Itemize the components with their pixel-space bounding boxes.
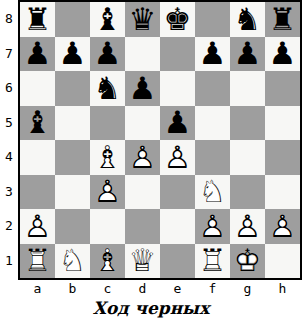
square-g5 [230,106,265,141]
square-c6: ♞ [90,71,125,106]
piece-black-king: ♚ [160,2,195,37]
black-piece-glyph: ♟ [265,37,300,72]
white-piece-outline: ♗ [90,244,125,279]
square-c2 [90,209,125,244]
square-b4 [55,140,90,175]
square-e7 [160,37,195,72]
square-b2 [55,209,90,244]
square-a2: ♟♙ [20,209,55,244]
file-label-d: d [125,280,160,298]
file-label-g: g [230,280,265,298]
square-e2 [160,209,195,244]
square-h7: ♟ [265,37,300,72]
file-label-f: f [195,280,230,298]
piece-black-queen: ♛ [125,2,160,37]
square-g1: ♚♔ [230,244,265,279]
square-b8 [55,2,90,37]
white-piece-outline: ♖ [195,244,230,279]
square-b3 [55,175,90,210]
square-c3: ♟♙ [90,175,125,210]
square-h3 [265,175,300,210]
square-e1 [160,244,195,279]
square-e4: ♟♙ [160,140,195,175]
square-b7: ♟ [55,37,90,72]
black-piece-glyph: ♜ [265,2,300,37]
square-d3 [125,175,160,210]
square-g8: ♞ [230,2,265,37]
square-a7: ♟ [20,37,55,72]
piece-black-pawn: ♟ [195,37,230,72]
black-piece-glyph: ♞ [230,2,265,37]
piece-black-pawn: ♟ [125,71,160,106]
square-b5 [55,106,90,141]
rank-label-2: 2 [0,209,18,244]
black-piece-glyph: ♝ [20,106,55,141]
white-piece-outline: ♔ [230,244,265,279]
square-f2: ♟♙ [195,209,230,244]
square-g7: ♟ [230,37,265,72]
black-piece-glyph: ♝ [90,2,125,37]
black-piece-glyph: ♟ [160,106,195,141]
white-piece-outline: ♙ [160,140,195,175]
white-piece-outline: ♙ [125,140,160,175]
piece-black-rook: ♜ [20,2,55,37]
black-piece-glyph: ♛ [125,2,160,37]
square-f1: ♜♖ [195,244,230,279]
square-d8: ♛ [125,2,160,37]
square-a8: ♜ [20,2,55,37]
square-e5: ♟ [160,106,195,141]
rank-label-3: 3 [0,175,18,210]
black-piece-glyph: ♟ [125,71,160,106]
file-label-c: c [90,280,125,298]
square-a3 [20,175,55,210]
rank-label-4: 4 [0,140,18,175]
black-piece-glyph: ♟ [195,37,230,72]
file-labels: abcdefgh [20,280,300,298]
piece-white-pawn: ♟♙ [125,140,160,175]
square-h5 [265,106,300,141]
square-b1: ♞♘ [55,244,90,279]
square-f7: ♟ [195,37,230,72]
square-c4: ♝♗ [90,140,125,175]
rank-labels: 87654321 [0,0,18,278]
square-f4 [195,140,230,175]
piece-white-pawn: ♟♙ [20,209,55,244]
square-c5 [90,106,125,141]
square-e3 [160,175,195,210]
piece-white-knight: ♞♘ [195,175,230,210]
white-piece-outline: ♙ [265,209,300,244]
piece-black-pawn: ♟ [90,37,125,72]
piece-black-knight: ♞ [90,71,125,106]
square-f5 [195,106,230,141]
rank-label-6: 6 [0,71,18,106]
piece-white-pawn: ♟♙ [230,209,265,244]
square-a6 [20,71,55,106]
square-b6 [55,71,90,106]
white-piece-outline: ♙ [230,209,265,244]
piece-black-bishop: ♝ [20,106,55,141]
piece-white-rook: ♜♖ [20,244,55,279]
square-f8 [195,2,230,37]
rank-label-8: 8 [0,2,18,37]
piece-white-rook: ♜♖ [195,244,230,279]
black-piece-glyph: ♟ [20,37,55,72]
square-h6 [265,71,300,106]
square-c1: ♝♗ [90,244,125,279]
piece-black-knight: ♞ [230,2,265,37]
square-a5: ♝ [20,106,55,141]
square-d5 [125,106,160,141]
black-piece-glyph: ♟ [90,37,125,72]
square-h2: ♟♙ [265,209,300,244]
white-piece-outline: ♙ [90,175,125,210]
black-piece-glyph: ♜ [20,2,55,37]
piece-white-pawn: ♟♙ [90,175,125,210]
square-c8: ♝ [90,2,125,37]
piece-white-pawn: ♟♙ [160,140,195,175]
square-g3 [230,175,265,210]
square-e8: ♚ [160,2,195,37]
piece-black-pawn: ♟ [160,106,195,141]
piece-black-pawn: ♟ [265,37,300,72]
square-d6: ♟ [125,71,160,106]
black-piece-glyph: ♚ [160,2,195,37]
square-d1: ♛♕ [125,244,160,279]
white-piece-outline: ♙ [20,209,55,244]
black-piece-glyph: ♟ [230,37,265,72]
rank-label-5: 5 [0,106,18,141]
square-c7: ♟ [90,37,125,72]
square-d4: ♟♙ [125,140,160,175]
piece-black-pawn: ♟ [55,37,90,72]
square-g4 [230,140,265,175]
square-f6 [195,71,230,106]
piece-white-queen: ♛♕ [125,244,160,279]
board-area: 87654321 ♜♝♛♚♞♜♟♟♟♟♟♟♞♟♝♟♝♗♟♙♟♙♟♙♞♘♟♙♟♙♟… [0,0,302,280]
piece-white-pawn: ♟♙ [265,209,300,244]
piece-black-pawn: ♟ [20,37,55,72]
rank-label-1: 1 [0,244,18,279]
square-a1: ♜♖ [20,244,55,279]
piece-black-rook: ♜ [265,2,300,37]
chess-diagram: 87654321 ♜♝♛♚♞♜♟♟♟♟♟♟♞♟♝♟♝♗♟♙♟♙♟♙♞♘♟♙♟♙♟… [0,0,302,320]
side-to-move-caption: Ход черных [0,298,302,318]
file-label-h: h [265,280,300,298]
black-piece-glyph: ♞ [90,71,125,106]
white-piece-outline: ♘ [195,175,230,210]
file-label-b: b [55,280,90,298]
square-e6 [160,71,195,106]
square-f3: ♞♘ [195,175,230,210]
white-piece-outline: ♖ [20,244,55,279]
white-piece-outline: ♗ [90,140,125,175]
piece-white-bishop: ♝♗ [90,244,125,279]
file-label-a: a [20,280,55,298]
chess-board: ♜♝♛♚♞♜♟♟♟♟♟♟♞♟♝♟♝♗♟♙♟♙♟♙♞♘♟♙♟♙♟♙♟♙♜♖♞♘♝♗… [18,0,302,280]
white-piece-outline: ♙ [195,209,230,244]
piece-white-knight: ♞♘ [55,244,90,279]
square-h8: ♜ [265,2,300,37]
square-d2 [125,209,160,244]
square-h4 [265,140,300,175]
square-a4 [20,140,55,175]
piece-white-king: ♚♔ [230,244,265,279]
piece-black-pawn: ♟ [230,37,265,72]
white-piece-outline: ♕ [125,244,160,279]
square-d7 [125,37,160,72]
black-piece-glyph: ♟ [55,37,90,72]
square-g2: ♟♙ [230,209,265,244]
square-h1 [265,244,300,279]
white-piece-outline: ♘ [55,244,90,279]
piece-white-pawn: ♟♙ [195,209,230,244]
file-label-e: e [160,280,195,298]
piece-black-bishop: ♝ [90,2,125,37]
piece-white-bishop: ♝♗ [90,140,125,175]
square-g6 [230,71,265,106]
rank-label-7: 7 [0,37,18,72]
